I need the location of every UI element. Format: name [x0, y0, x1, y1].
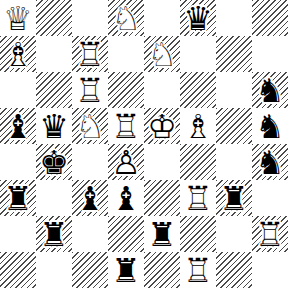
piece-black-knight[interactable]: ♞♞: [252, 72, 288, 108]
black-knight-glyph: ♞: [252, 108, 288, 144]
square-e6[interactable]: [144, 72, 180, 108]
square-d6[interactable]: [108, 72, 144, 108]
square-h1[interactable]: [252, 252, 288, 288]
square-g3[interactable]: ♜♜: [216, 180, 252, 216]
piece-black-rook[interactable]: ♜♜: [0, 180, 36, 216]
piece-white-rook[interactable]: ♜♖: [252, 216, 288, 252]
square-d1[interactable]: ♜♜: [108, 252, 144, 288]
square-f2[interactable]: [180, 216, 216, 252]
square-g1[interactable]: [216, 252, 252, 288]
black-rook-glyph: ♜: [36, 216, 72, 252]
square-b5[interactable]: ♛♛: [36, 108, 72, 144]
square-c5[interactable]: ♞♘: [72, 108, 108, 144]
piece-black-king[interactable]: ♚♚: [36, 144, 72, 180]
square-e7[interactable]: ♞♘: [144, 36, 180, 72]
black-knight-glyph: ♞: [252, 144, 288, 180]
square-f5[interactable]: ♝♗: [180, 108, 216, 144]
white-rook-glyph: ♖: [180, 252, 216, 288]
square-c3[interactable]: ♝♝: [72, 180, 108, 216]
black-bishop-glyph: ♝: [108, 180, 144, 216]
black-king-glyph: ♚: [36, 144, 72, 180]
black-bishop-glyph: ♝: [0, 108, 36, 144]
square-g8[interactable]: [216, 0, 252, 36]
black-queen-glyph: ♛: [36, 108, 72, 144]
square-b6[interactable]: [36, 72, 72, 108]
square-e1[interactable]: [144, 252, 180, 288]
square-c6[interactable]: ♜♖: [72, 72, 108, 108]
square-g2[interactable]: [216, 216, 252, 252]
piece-black-rook[interactable]: ♜♜: [216, 180, 252, 216]
square-g6[interactable]: [216, 72, 252, 108]
black-rook-glyph: ♜: [144, 216, 180, 252]
black-bishop-glyph: ♝: [72, 180, 108, 216]
white-bishop-glyph: ♗: [0, 36, 36, 72]
square-h8[interactable]: [252, 0, 288, 36]
square-f1[interactable]: ♜♖: [180, 252, 216, 288]
piece-white-bishop[interactable]: ♝♗: [0, 36, 36, 72]
black-queen-glyph: ♛: [180, 0, 216, 36]
square-d4[interactable]: ♟♙: [108, 144, 144, 180]
square-h3[interactable]: [252, 180, 288, 216]
square-b8[interactable]: [36, 0, 72, 36]
black-knight-glyph: ♞: [252, 72, 288, 108]
white-knight-glyph: ♘: [72, 108, 108, 144]
square-h7[interactable]: [252, 36, 288, 72]
square-f7[interactable]: [180, 36, 216, 72]
square-d7[interactable]: [108, 36, 144, 72]
square-g7[interactable]: [216, 36, 252, 72]
piece-black-rook[interactable]: ♜♜: [144, 216, 180, 252]
piece-white-knight[interactable]: ♞♘: [108, 0, 144, 36]
piece-black-knight[interactable]: ♞♞: [252, 108, 288, 144]
square-f3[interactable]: ♜♖: [180, 180, 216, 216]
square-c8[interactable]: [72, 0, 108, 36]
piece-white-knight[interactable]: ♞♘: [144, 36, 180, 72]
square-f6[interactable]: [180, 72, 216, 108]
piece-black-rook[interactable]: ♜♜: [36, 216, 72, 252]
piece-white-rook[interactable]: ♜♖: [180, 252, 216, 288]
square-b4[interactable]: ♚♚: [36, 144, 72, 180]
square-d3[interactable]: ♝♝: [108, 180, 144, 216]
square-c4[interactable]: [72, 144, 108, 180]
square-e2[interactable]: ♜♜: [144, 216, 180, 252]
black-rook-glyph: ♜: [0, 180, 36, 216]
square-b1[interactable]: [36, 252, 72, 288]
black-rook-glyph: ♜: [108, 252, 144, 288]
square-d8[interactable]: ♞♘: [108, 0, 144, 36]
black-rook-glyph: ♜: [216, 180, 252, 216]
square-f4[interactable]: [180, 144, 216, 180]
piece-white-rook[interactable]: ♜♖: [72, 72, 108, 108]
square-e8[interactable]: [144, 0, 180, 36]
square-f8[interactable]: ♛♛: [180, 0, 216, 36]
piece-white-rook[interactable]: ♜♖: [180, 180, 216, 216]
square-a1[interactable]: [0, 252, 36, 288]
white-rook-glyph: ♖: [72, 72, 108, 108]
white-knight-glyph: ♘: [144, 36, 180, 72]
white-queen-glyph: ♕: [0, 0, 36, 36]
piece-black-queen[interactable]: ♛♛: [36, 108, 72, 144]
white-knight-glyph: ♘: [108, 0, 144, 36]
white-king-glyph: ♔: [144, 108, 180, 144]
piece-black-rook[interactable]: ♜♜: [108, 252, 144, 288]
square-b2[interactable]: ♜♜: [36, 216, 72, 252]
square-e4[interactable]: [144, 144, 180, 180]
white-rook-glyph: ♖: [252, 216, 288, 252]
white-pawn-glyph: ♙: [108, 144, 144, 180]
square-a2[interactable]: [0, 216, 36, 252]
square-a8[interactable]: ♛♕: [0, 0, 36, 36]
piece-black-queen[interactable]: ♛♛: [180, 0, 216, 36]
square-c2[interactable]: [72, 216, 108, 252]
square-g5[interactable]: [216, 108, 252, 144]
piece-white-queen[interactable]: ♛♕: [0, 0, 36, 36]
piece-black-knight[interactable]: ♞♞: [252, 144, 288, 180]
piece-black-bishop[interactable]: ♝♝: [0, 108, 36, 144]
piece-black-bishop[interactable]: ♝♝: [108, 180, 144, 216]
square-a6[interactable]: [0, 72, 36, 108]
piece-white-knight[interactable]: ♞♘: [72, 108, 108, 144]
white-rook-glyph: ♖: [72, 36, 108, 72]
square-c1[interactable]: [72, 252, 108, 288]
square-b7[interactable]: [36, 36, 72, 72]
piece-white-bishop[interactable]: ♝♗: [180, 108, 216, 144]
square-g4[interactable]: [216, 144, 252, 180]
square-d2[interactable]: [108, 216, 144, 252]
square-e5[interactable]: ♚♔: [144, 108, 180, 144]
square-d5[interactable]: ♜♖: [108, 108, 144, 144]
square-a4[interactable]: [0, 144, 36, 180]
piece-white-rook[interactable]: ♜♖: [108, 108, 144, 144]
square-h6[interactable]: ♞♞: [252, 72, 288, 108]
square-a5[interactable]: ♝♝: [0, 108, 36, 144]
chess-board: ♛♕♞♘♛♛♝♗♜♖♞♘♜♖♞♞♝♝♛♛♞♘♜♖♚♔♝♗♞♞♚♚♟♙♞♞♜♜♝♝…: [0, 0, 288, 288]
square-h2[interactable]: ♜♖: [252, 216, 288, 252]
square-a7[interactable]: ♝♗: [0, 36, 36, 72]
square-a3[interactable]: ♜♜: [0, 180, 36, 216]
square-h5[interactable]: ♞♞: [252, 108, 288, 144]
square-h4[interactable]: ♞♞: [252, 144, 288, 180]
square-e3[interactable]: [144, 180, 180, 216]
piece-white-rook[interactable]: ♜♖: [72, 36, 108, 72]
square-c7[interactable]: ♜♖: [72, 36, 108, 72]
piece-black-bishop[interactable]: ♝♝: [72, 180, 108, 216]
white-rook-glyph: ♖: [108, 108, 144, 144]
square-b3[interactable]: [36, 180, 72, 216]
white-bishop-glyph: ♗: [180, 108, 216, 144]
piece-white-king[interactable]: ♚♔: [144, 108, 180, 144]
piece-white-pawn[interactable]: ♟♙: [108, 144, 144, 180]
white-rook-glyph: ♖: [180, 180, 216, 216]
